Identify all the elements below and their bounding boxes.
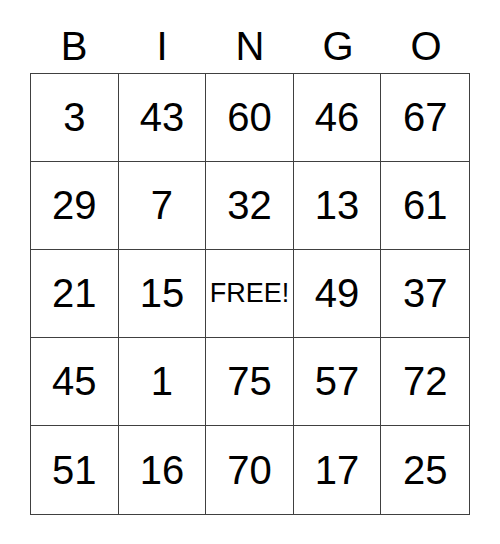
bingo-cell-r1c3[interactable]: 60 <box>206 74 294 162</box>
bingo-cell-r4c2[interactable]: 1 <box>119 338 207 426</box>
bingo-cell-r3c4[interactable]: 49 <box>294 250 382 338</box>
bingo-grid: 3 43 60 46 67 29 7 32 13 61 21 15 FREE! … <box>30 73 470 515</box>
bingo-cell-r4c5[interactable]: 72 <box>381 338 469 426</box>
bingo-cell-r1c2[interactable]: 43 <box>119 74 207 162</box>
header-letter-b: B <box>30 26 118 73</box>
bingo-cell-r1c5[interactable]: 67 <box>381 74 469 162</box>
bingo-cell-r5c5[interactable]: 25 <box>381 426 469 514</box>
header-letter-i: I <box>118 26 206 73</box>
bingo-cell-r2c1[interactable]: 29 <box>31 162 119 250</box>
bingo-cell-r2c5[interactable]: 61 <box>381 162 469 250</box>
bingo-cell-r2c2[interactable]: 7 <box>119 162 207 250</box>
header-letter-g: G <box>294 26 382 73</box>
bingo-cell-r4c3[interactable]: 75 <box>206 338 294 426</box>
bingo-cell-r1c4[interactable]: 46 <box>294 74 382 162</box>
header-letter-o: O <box>382 26 470 73</box>
bingo-cell-r2c3[interactable]: 32 <box>206 162 294 250</box>
bingo-cell-r4c1[interactable]: 45 <box>31 338 119 426</box>
bingo-cell-r2c4[interactable]: 13 <box>294 162 382 250</box>
bingo-cell-r1c1[interactable]: 3 <box>31 74 119 162</box>
bingo-cell-r5c1[interactable]: 51 <box>31 426 119 514</box>
bingo-cell-r5c4[interactable]: 17 <box>294 426 382 514</box>
bingo-cell-r3c1[interactable]: 21 <box>31 250 119 338</box>
bingo-header: B I N G O <box>30 0 470 73</box>
header-letter-n: N <box>206 26 294 73</box>
bingo-cell-r3c5[interactable]: 37 <box>381 250 469 338</box>
bingo-cell-r5c3[interactable]: 70 <box>206 426 294 514</box>
bingo-cell-r3c2[interactable]: 15 <box>119 250 207 338</box>
bingo-cell-r5c2[interactable]: 16 <box>119 426 207 514</box>
bingo-cell-free[interactable]: FREE! <box>206 250 294 338</box>
bingo-cell-r4c4[interactable]: 57 <box>294 338 382 426</box>
